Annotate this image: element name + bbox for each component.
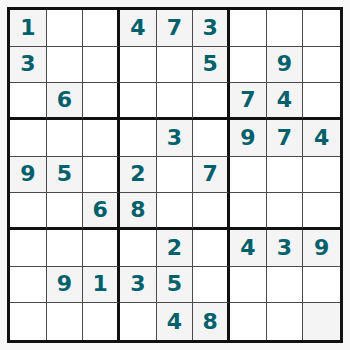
cell-r4c6-empty[interactable] xyxy=(193,120,230,157)
cell-r5c6-given: 7 xyxy=(193,157,230,194)
cell-r9c7-empty[interactable] xyxy=(230,303,267,340)
cell-r7c6-empty[interactable] xyxy=(193,230,230,267)
cell-r9c6-given: 8 xyxy=(193,303,230,340)
cell-r1c5-given: 7 xyxy=(157,10,194,47)
cell-r7c5-given: 2 xyxy=(157,230,194,267)
cell-r8c8-empty[interactable] xyxy=(267,267,304,304)
cell-r9c8-empty[interactable] xyxy=(267,303,304,340)
cell-r6c5-empty[interactable] xyxy=(157,193,194,230)
cell-r7c8-given: 3 xyxy=(267,230,304,267)
cell-r5c8-empty[interactable] xyxy=(267,157,304,194)
page: 147335967439749527682439913548 xyxy=(0,0,350,350)
cell-r5c9-empty[interactable] xyxy=(303,157,340,194)
cell-r2c5-empty[interactable] xyxy=(157,47,194,84)
cell-r4c4-empty[interactable] xyxy=(120,120,157,157)
cell-r7c7-given: 4 xyxy=(230,230,267,267)
cell-r1c3-empty[interactable] xyxy=(83,10,120,47)
cell-r6c2-empty[interactable] xyxy=(47,193,84,230)
cell-r3c7-given: 7 xyxy=(230,83,267,120)
cell-r9c3-empty[interactable] xyxy=(83,303,120,340)
cell-r1c4-given: 4 xyxy=(120,10,157,47)
cell-r7c2-empty[interactable] xyxy=(47,230,84,267)
cell-r8c6-empty[interactable] xyxy=(193,267,230,304)
cell-r1c7-empty[interactable] xyxy=(230,10,267,47)
cell-r4c8-given: 7 xyxy=(267,120,304,157)
sudoku-board: 147335967439749527682439913548 xyxy=(7,7,343,343)
cell-r2c4-empty[interactable] xyxy=(120,47,157,84)
cell-r5c5-empty[interactable] xyxy=(157,157,194,194)
cell-r6c3-given: 6 xyxy=(83,193,120,230)
cell-r3c8-given: 4 xyxy=(267,83,304,120)
cell-r8c5-given: 5 xyxy=(157,267,194,304)
cell-r2c7-empty[interactable] xyxy=(230,47,267,84)
cell-r1c8-empty[interactable] xyxy=(267,10,304,47)
cell-r3c6-empty[interactable] xyxy=(193,83,230,120)
cell-r5c2-given: 5 xyxy=(47,157,84,194)
cell-r1c1-given: 1 xyxy=(10,10,47,47)
cell-r3c9-empty[interactable] xyxy=(303,83,340,120)
cell-r2c6-given: 5 xyxy=(193,47,230,84)
cell-r6c6-empty[interactable] xyxy=(193,193,230,230)
cell-r7c4-empty[interactable] xyxy=(120,230,157,267)
cell-r7c3-empty[interactable] xyxy=(83,230,120,267)
cell-r2c3-empty[interactable] xyxy=(83,47,120,84)
cell-r5c3-empty[interactable] xyxy=(83,157,120,194)
cell-r9c4-empty[interactable] xyxy=(120,303,157,340)
cell-r4c3-empty[interactable] xyxy=(83,120,120,157)
cell-r2c9-empty[interactable] xyxy=(303,47,340,84)
cell-r6c9-empty[interactable] xyxy=(303,193,340,230)
cell-r2c2-empty[interactable] xyxy=(47,47,84,84)
cell-r1c6-given: 3 xyxy=(193,10,230,47)
cell-r7c9-given: 9 xyxy=(303,230,340,267)
cell-r3c4-empty[interactable] xyxy=(120,83,157,120)
cell-r9c9-given xyxy=(303,303,340,340)
cell-r8c7-empty[interactable] xyxy=(230,267,267,304)
cell-r8c9-empty[interactable] xyxy=(303,267,340,304)
cell-r4c9-given: 4 xyxy=(303,120,340,157)
cell-r5c4-given: 2 xyxy=(120,157,157,194)
cell-r4c2-empty[interactable] xyxy=(47,120,84,157)
cell-r7c1-empty[interactable] xyxy=(10,230,47,267)
cell-r6c1-empty[interactable] xyxy=(10,193,47,230)
cell-r9c5-given: 4 xyxy=(157,303,194,340)
cell-r4c7-given: 9 xyxy=(230,120,267,157)
cell-r5c1-given: 9 xyxy=(10,157,47,194)
cell-r9c2-empty[interactable] xyxy=(47,303,84,340)
cell-r2c1-given: 3 xyxy=(10,47,47,84)
cell-r4c5-given: 3 xyxy=(157,120,194,157)
cell-r8c3-given: 1 xyxy=(83,267,120,304)
cell-r4c1-empty[interactable] xyxy=(10,120,47,157)
cell-r6c7-empty[interactable] xyxy=(230,193,267,230)
cell-r2c8-given: 9 xyxy=(267,47,304,84)
cell-r5c7-empty[interactable] xyxy=(230,157,267,194)
cell-r9c1-empty[interactable] xyxy=(10,303,47,340)
cell-r6c4-given: 8 xyxy=(120,193,157,230)
cell-r1c2-empty[interactable] xyxy=(47,10,84,47)
cell-r6c8-empty[interactable] xyxy=(267,193,304,230)
cell-r3c3-empty[interactable] xyxy=(83,83,120,120)
cell-r3c1-empty[interactable] xyxy=(10,83,47,120)
cell-r3c2-given: 6 xyxy=(47,83,84,120)
cell-r8c1-empty[interactable] xyxy=(10,267,47,304)
cell-r3c5-empty[interactable] xyxy=(157,83,194,120)
cell-r1c9-empty[interactable] xyxy=(303,10,340,47)
cell-r8c2-given: 9 xyxy=(47,267,84,304)
cell-r8c4-given: 3 xyxy=(120,267,157,304)
